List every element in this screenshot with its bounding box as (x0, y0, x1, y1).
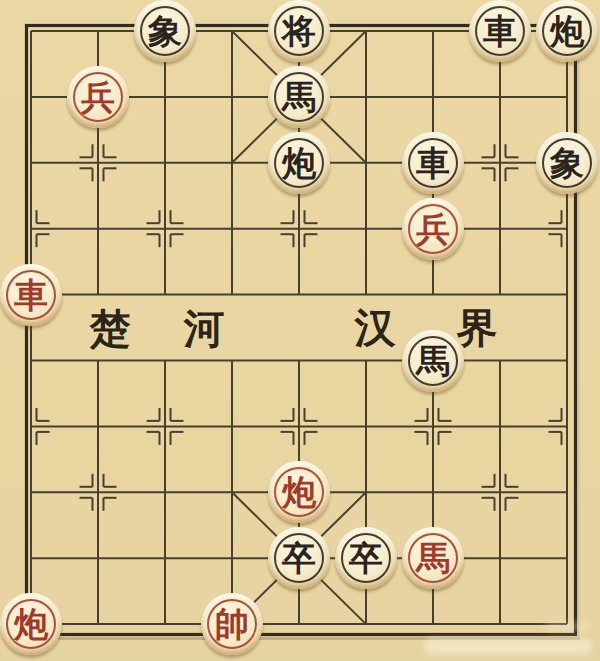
watermark-smudge (424, 639, 592, 654)
piece-black-elephant[interactable]: 象 (536, 132, 598, 194)
piece-glyph: 炮 (282, 146, 316, 180)
piece-red-soldier[interactable]: 兵 (67, 66, 129, 128)
piece-black-chariot[interactable]: 車 (402, 132, 464, 194)
river-label: 汉 (355, 308, 396, 349)
piece-glyph: 卒 (349, 541, 383, 575)
piece-black-cannon[interactable]: 炮 (268, 132, 330, 194)
piece-red-chariot[interactable]: 車 (0, 264, 62, 326)
piece-black-elephant[interactable]: 象 (134, 0, 196, 62)
piece-glyph: 象 (148, 14, 182, 48)
river-label: 界 (457, 308, 498, 349)
piece-red-horse[interactable]: 馬 (402, 527, 464, 589)
piece-black-horse[interactable]: 馬 (268, 66, 330, 128)
piece-red-cannon[interactable]: 炮 (268, 461, 330, 523)
piece-glyph: 馬 (416, 541, 450, 575)
piece-glyph: 馬 (416, 344, 450, 378)
piece-black-horse[interactable]: 馬 (402, 330, 464, 392)
piece-glyph: 馬 (282, 80, 316, 114)
piece-glyph: 車 (14, 278, 48, 312)
piece-red-general[interactable]: 帥 (201, 593, 263, 655)
piece-black-general[interactable]: 将 (268, 0, 330, 62)
xiangqi-board[interactable]: 楚河汉界 象将車炮兵馬炮車象兵車馬炮卒卒馬炮帥 (0, 0, 600, 661)
piece-glyph: 車 (416, 146, 450, 180)
piece-glyph: 卒 (282, 541, 316, 575)
river-label: 河 (184, 309, 225, 350)
piece-glyph: 帥 (215, 607, 249, 641)
river-label: 楚 (90, 309, 131, 350)
piece-glyph: 炮 (282, 475, 316, 509)
piece-glyph: 炮 (550, 14, 584, 48)
piece-glyph: 車 (483, 14, 517, 48)
piece-black-cannon[interactable]: 炮 (536, 0, 598, 62)
piece-glyph: 兵 (81, 80, 115, 114)
piece-glyph: 兵 (416, 212, 450, 246)
piece-red-soldier[interactable]: 兵 (402, 198, 464, 260)
piece-black-soldier[interactable]: 卒 (335, 527, 397, 589)
piece-glyph: 将 (282, 14, 316, 48)
piece-glyph: 象 (550, 146, 584, 180)
watermark-smudge (545, 622, 591, 631)
piece-black-soldier[interactable]: 卒 (268, 527, 330, 589)
piece-red-cannon[interactable]: 炮 (0, 593, 62, 655)
piece-black-chariot[interactable]: 車 (469, 0, 531, 62)
piece-glyph: 炮 (14, 607, 48, 641)
